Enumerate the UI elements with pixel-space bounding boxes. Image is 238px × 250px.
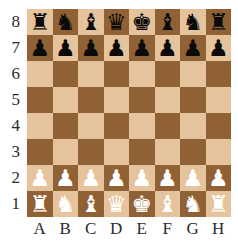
white-queen: ♛ — [104, 191, 130, 217]
rank-label-7: 7 — [0, 35, 20, 61]
white-pawn: ♟ — [53, 165, 79, 191]
square-g7[interactable]: ♟ — [180, 35, 206, 61]
chess-diagram: 87654321 ♜♞♝♛♚♝♞♜♟♟♟♟♟♟♟♟♟♟♟♟♟♟♟♟♜♞♝♛♚♝♞… — [0, 0, 238, 250]
black-pawn: ♟ — [78, 35, 104, 61]
square-a5[interactable] — [27, 87, 53, 113]
file-label-f: F — [155, 217, 181, 241]
square-c4[interactable] — [78, 113, 104, 139]
square-a6[interactable] — [27, 61, 53, 87]
square-g1[interactable]: ♞ — [180, 191, 206, 217]
file-labels: ABCDEFGH — [27, 217, 231, 241]
black-rook: ♜ — [27, 9, 53, 35]
white-pawn: ♟ — [78, 165, 104, 191]
chess-board: ♜♞♝♛♚♝♞♜♟♟♟♟♟♟♟♟♟♟♟♟♟♟♟♟♜♞♝♛♚♝♞♜ — [27, 9, 231, 217]
square-c5[interactable] — [78, 87, 104, 113]
square-a2[interactable]: ♟ — [27, 165, 53, 191]
square-g8[interactable]: ♞ — [180, 9, 206, 35]
file-label-e: E — [129, 217, 155, 241]
square-d6[interactable] — [104, 61, 130, 87]
square-a4[interactable] — [27, 113, 53, 139]
square-b1[interactable]: ♞ — [53, 191, 79, 217]
rank-label-5: 5 — [0, 87, 20, 113]
square-d2[interactable]: ♟ — [104, 165, 130, 191]
square-b7[interactable]: ♟ — [53, 35, 79, 61]
square-a8[interactable]: ♜ — [27, 9, 53, 35]
square-g6[interactable] — [180, 61, 206, 87]
rank-labels: 87654321 — [0, 9, 20, 217]
square-d4[interactable] — [104, 113, 130, 139]
black-bishop: ♝ — [155, 9, 181, 35]
square-e4[interactable] — [129, 113, 155, 139]
square-c2[interactable]: ♟ — [78, 165, 104, 191]
square-f8[interactable]: ♝ — [155, 9, 181, 35]
white-pawn: ♟ — [104, 165, 130, 191]
black-pawn: ♟ — [27, 35, 53, 61]
black-knight: ♞ — [53, 9, 79, 35]
square-f7[interactable]: ♟ — [155, 35, 181, 61]
square-f2[interactable]: ♟ — [155, 165, 181, 191]
square-g2[interactable]: ♟ — [180, 165, 206, 191]
square-b6[interactable] — [53, 61, 79, 87]
white-pawn: ♟ — [206, 165, 232, 191]
rank-label-6: 6 — [0, 61, 20, 87]
square-h5[interactable] — [206, 87, 232, 113]
square-c3[interactable] — [78, 139, 104, 165]
square-f5[interactable] — [155, 87, 181, 113]
black-pawn: ♟ — [206, 35, 232, 61]
square-f4[interactable] — [155, 113, 181, 139]
square-d3[interactable] — [104, 139, 130, 165]
rank-label-1: 1 — [0, 191, 20, 217]
square-b3[interactable] — [53, 139, 79, 165]
square-d8[interactable]: ♛ — [104, 9, 130, 35]
square-e3[interactable] — [129, 139, 155, 165]
square-e1[interactable]: ♚ — [129, 191, 155, 217]
black-bishop: ♝ — [78, 9, 104, 35]
white-pawn: ♟ — [27, 165, 53, 191]
file-label-c: C — [78, 217, 104, 241]
file-label-g: G — [180, 217, 206, 241]
white-pawn: ♟ — [129, 165, 155, 191]
black-rook: ♜ — [206, 9, 232, 35]
square-b2[interactable]: ♟ — [53, 165, 79, 191]
white-pawn: ♟ — [180, 165, 206, 191]
square-h7[interactable]: ♟ — [206, 35, 232, 61]
white-bishop: ♝ — [155, 191, 181, 217]
square-g4[interactable] — [180, 113, 206, 139]
square-c7[interactable]: ♟ — [78, 35, 104, 61]
black-pawn: ♟ — [53, 35, 79, 61]
white-king: ♚ — [129, 191, 155, 217]
white-knight: ♞ — [53, 191, 79, 217]
square-b8[interactable]: ♞ — [53, 9, 79, 35]
black-knight: ♞ — [180, 9, 206, 35]
square-e7[interactable]: ♟ — [129, 35, 155, 61]
black-pawn: ♟ — [155, 35, 181, 61]
square-f1[interactable]: ♝ — [155, 191, 181, 217]
square-d7[interactable]: ♟ — [104, 35, 130, 61]
square-a3[interactable] — [27, 139, 53, 165]
square-d5[interactable] — [104, 87, 130, 113]
square-c1[interactable]: ♝ — [78, 191, 104, 217]
white-pawn: ♟ — [155, 165, 181, 191]
square-a1[interactable]: ♜ — [27, 191, 53, 217]
square-g5[interactable] — [180, 87, 206, 113]
square-h1[interactable]: ♜ — [206, 191, 232, 217]
file-label-a: A — [27, 217, 53, 241]
white-bishop: ♝ — [78, 191, 104, 217]
file-label-b: B — [53, 217, 79, 241]
square-h3[interactable] — [206, 139, 232, 165]
file-label-h: H — [206, 217, 232, 241]
black-pawn: ♟ — [180, 35, 206, 61]
square-h6[interactable] — [206, 61, 232, 87]
square-f6[interactable] — [155, 61, 181, 87]
rank-label-3: 3 — [0, 139, 20, 165]
square-e5[interactable] — [129, 87, 155, 113]
square-e2[interactable]: ♟ — [129, 165, 155, 191]
black-pawn: ♟ — [129, 35, 155, 61]
black-king: ♚ — [129, 9, 155, 35]
square-a7[interactable]: ♟ — [27, 35, 53, 61]
square-e6[interactable] — [129, 61, 155, 87]
rank-label-8: 8 — [0, 9, 20, 35]
square-b4[interactable] — [53, 113, 79, 139]
black-pawn: ♟ — [104, 35, 130, 61]
file-label-d: D — [104, 217, 130, 241]
rank-label-4: 4 — [0, 113, 20, 139]
white-knight: ♞ — [180, 191, 206, 217]
white-rook: ♜ — [206, 191, 232, 217]
rank-label-2: 2 — [0, 165, 20, 191]
square-b5[interactable] — [53, 87, 79, 113]
square-h4[interactable] — [206, 113, 232, 139]
square-d1[interactable]: ♛ — [104, 191, 130, 217]
square-f3[interactable] — [155, 139, 181, 165]
square-e8[interactable]: ♚ — [129, 9, 155, 35]
white-rook: ♜ — [27, 191, 53, 217]
square-c6[interactable] — [78, 61, 104, 87]
black-queen: ♛ — [104, 9, 130, 35]
square-h2[interactable]: ♟ — [206, 165, 232, 191]
square-h8[interactable]: ♜ — [206, 9, 232, 35]
square-c8[interactable]: ♝ — [78, 9, 104, 35]
square-g3[interactable] — [180, 139, 206, 165]
